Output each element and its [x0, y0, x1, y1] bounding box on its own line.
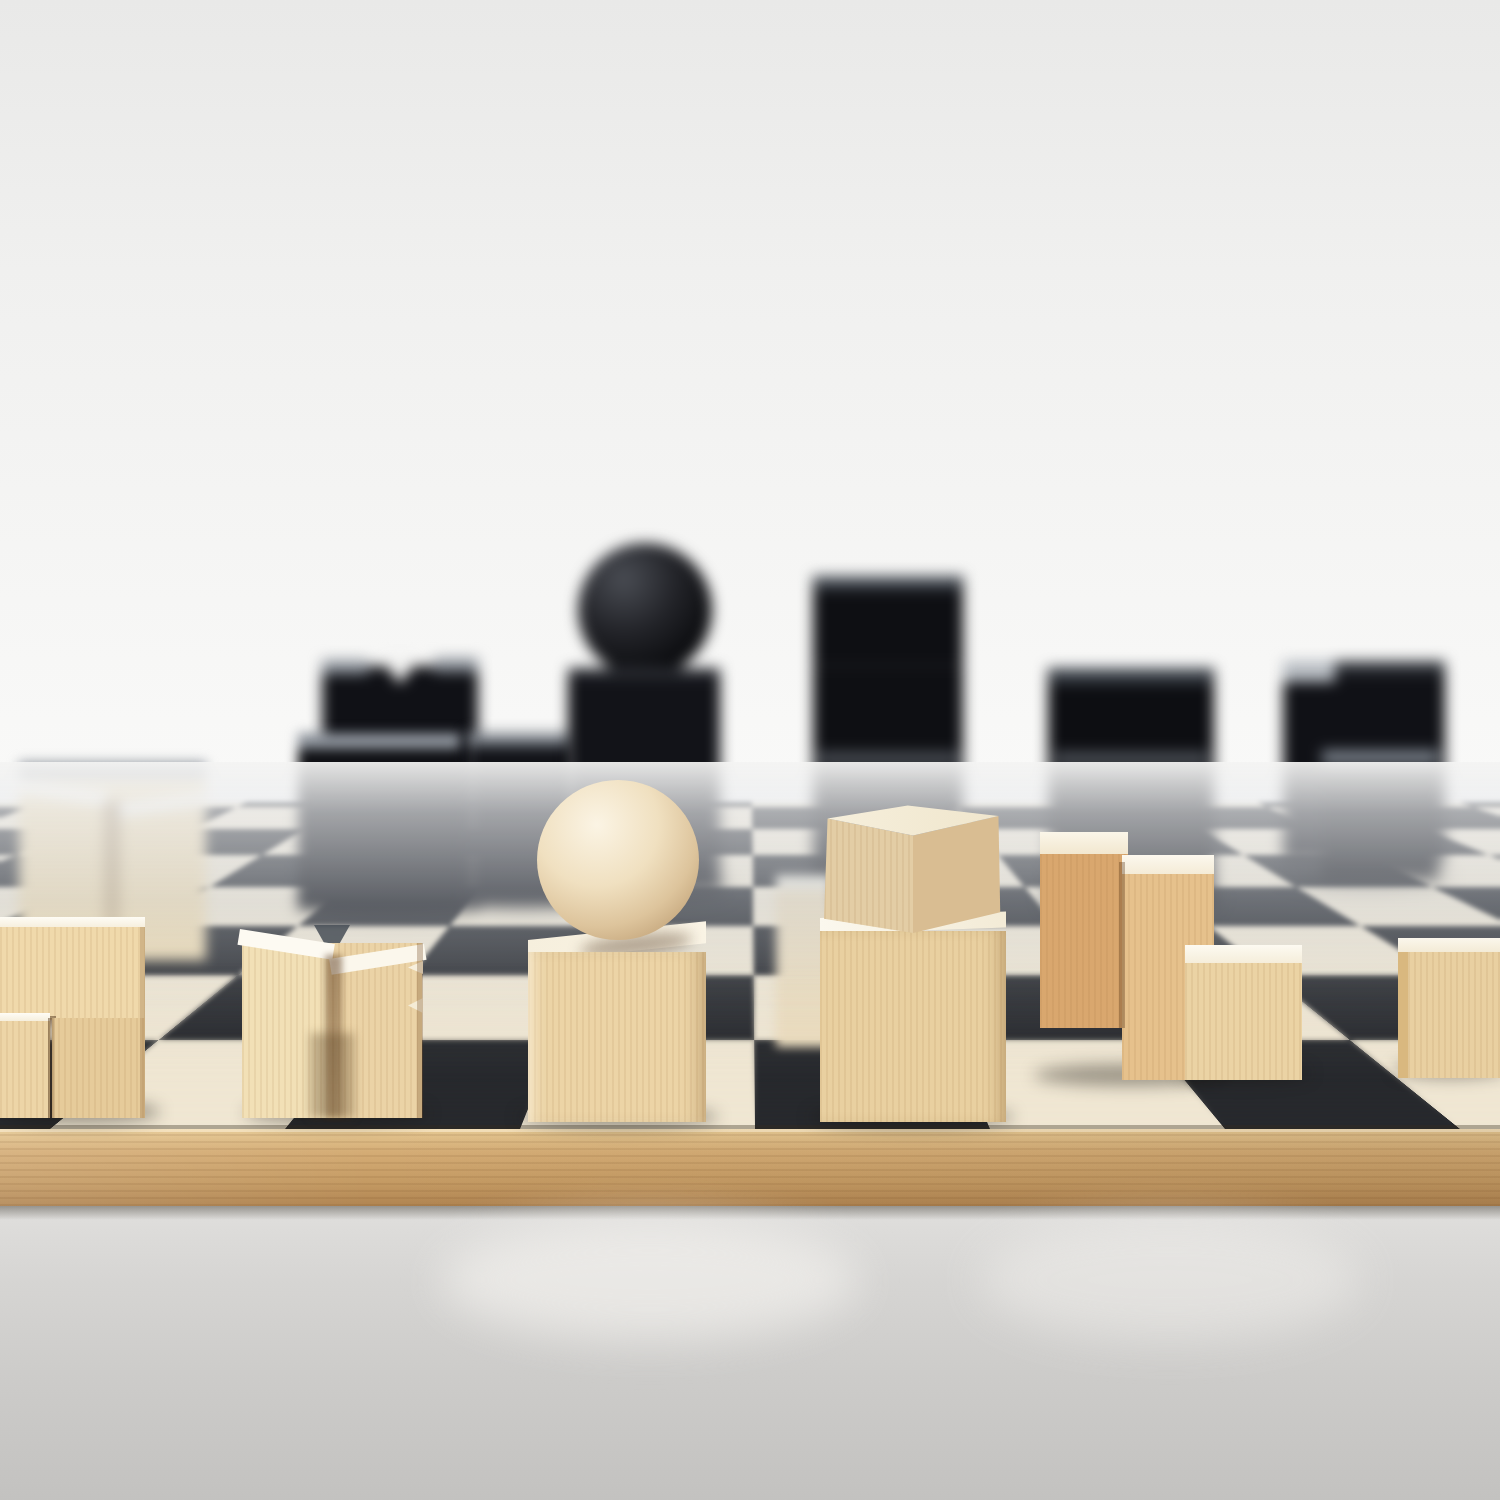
black-pawn	[298, 733, 460, 909]
white-bishop-front	[240, 903, 424, 1118]
board-wooden-rail	[0, 1129, 1500, 1206]
white-king-base	[820, 918, 1006, 1122]
table-reflection	[440, 1220, 860, 1340]
table-reflection	[980, 1220, 1360, 1340]
rail-contact-shadow	[0, 1206, 1500, 1220]
black-pawn	[1322, 750, 1438, 878]
black-queen-sphere	[578, 543, 712, 677]
white-queen-sphere	[537, 780, 699, 940]
white-knight-left	[0, 917, 146, 1118]
bauhaus-chess-photo	[0, 0, 1500, 1500]
white-queen	[528, 918, 707, 1122]
white-pawn-right	[1185, 945, 1302, 1080]
white-pawn-edge	[1398, 938, 1500, 1078]
white-king-top-cube	[824, 803, 1002, 933]
black-knight	[1283, 661, 1445, 878]
